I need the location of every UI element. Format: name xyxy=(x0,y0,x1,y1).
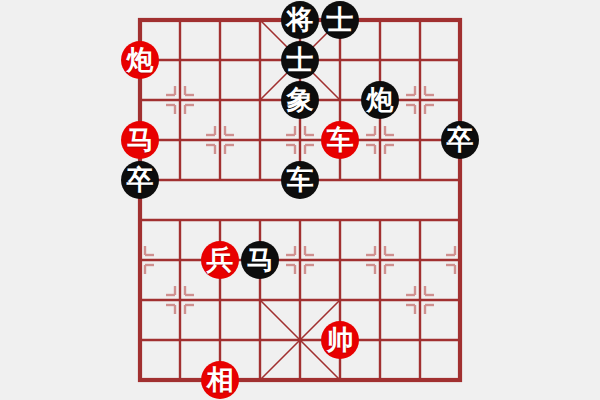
piece-black-advisor[interactable]: 士 xyxy=(321,1,359,39)
piece-red-general[interactable]: 帅 xyxy=(321,321,359,359)
piece-black-horse[interactable]: 马 xyxy=(241,241,279,279)
piece-black-cannon[interactable]: 炮 xyxy=(361,81,399,119)
piece-red-horse[interactable]: 马 xyxy=(121,121,159,159)
piece-black-general[interactable]: 将 xyxy=(281,1,319,39)
piece-red-cannon[interactable]: 炮 xyxy=(121,41,159,79)
piece-red-soldier[interactable]: 兵 xyxy=(201,241,239,279)
xiangqi-board[interactable]: 将士炮士象炮马车卒卒车兵马帅相 xyxy=(0,0,600,400)
piece-black-soldier[interactable]: 卒 xyxy=(441,121,479,159)
piece-red-elephant[interactable]: 相 xyxy=(201,361,239,399)
piece-black-chariot[interactable]: 车 xyxy=(281,161,319,199)
piece-black-elephant[interactable]: 象 xyxy=(281,81,319,119)
xiangqi-app: 将士炮士象炮马车卒卒车兵马帅相 xyxy=(0,0,600,400)
piece-black-advisor[interactable]: 士 xyxy=(281,41,319,79)
piece-black-soldier[interactable]: 卒 xyxy=(121,161,159,199)
piece-red-chariot[interactable]: 车 xyxy=(321,121,359,159)
